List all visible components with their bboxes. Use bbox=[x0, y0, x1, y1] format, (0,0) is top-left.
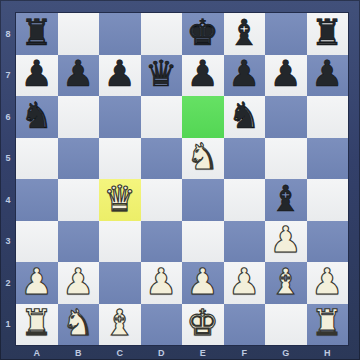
square-b8[interactable] bbox=[58, 13, 100, 55]
square-g4[interactable]: ♝ bbox=[265, 179, 307, 221]
square-e3[interactable] bbox=[182, 221, 224, 263]
black-pawn: ♟ bbox=[21, 56, 53, 92]
square-c3[interactable] bbox=[99, 221, 141, 263]
white-knight: ♞ bbox=[187, 139, 219, 175]
square-a5[interactable] bbox=[16, 138, 58, 180]
square-f8[interactable]: ♝ bbox=[224, 13, 266, 55]
white-king: ♚ bbox=[187, 305, 219, 341]
file-label-g: G bbox=[265, 346, 307, 360]
white-rook: ♜ bbox=[21, 305, 53, 341]
square-d5[interactable] bbox=[141, 138, 183, 180]
square-d7[interactable]: ♛ bbox=[141, 55, 183, 97]
square-d4[interactable] bbox=[141, 179, 183, 221]
file-label-b: B bbox=[58, 346, 100, 360]
square-c1[interactable]: ♝ bbox=[99, 304, 141, 346]
square-h8[interactable]: ♜ bbox=[307, 13, 349, 55]
file-label-f: F bbox=[224, 346, 266, 360]
square-e2[interactable]: ♟ bbox=[182, 262, 224, 304]
black-pawn: ♟ bbox=[311, 56, 343, 92]
square-e8[interactable]: ♚ bbox=[182, 13, 224, 55]
black-pawn: ♟ bbox=[187, 56, 219, 92]
square-b3[interactable] bbox=[58, 221, 100, 263]
black-pawn: ♟ bbox=[104, 56, 136, 92]
black-pawn: ♟ bbox=[62, 56, 94, 92]
square-h7[interactable]: ♟ bbox=[307, 55, 349, 97]
square-e1[interactable]: ♚ bbox=[182, 304, 224, 346]
square-f1[interactable] bbox=[224, 304, 266, 346]
black-king: ♚ bbox=[187, 15, 219, 51]
square-g2[interactable]: ♝ bbox=[265, 262, 307, 304]
file-label-d: D bbox=[141, 346, 183, 360]
square-b7[interactable]: ♟ bbox=[58, 55, 100, 97]
rank-label-5: 5 bbox=[0, 138, 16, 180]
square-c7[interactable]: ♟ bbox=[99, 55, 141, 97]
square-a1[interactable]: ♜ bbox=[16, 304, 58, 346]
white-knight: ♞ bbox=[62, 305, 94, 341]
white-queen: ♛ bbox=[104, 181, 136, 217]
rank-label-4: 4 bbox=[0, 179, 16, 221]
white-pawn: ♟ bbox=[270, 222, 302, 258]
white-bishop: ♝ bbox=[104, 305, 136, 341]
square-g6[interactable] bbox=[265, 96, 307, 138]
rank-label-7: 7 bbox=[0, 55, 16, 97]
square-a6[interactable]: ♞ bbox=[16, 96, 58, 138]
square-c8[interactable] bbox=[99, 13, 141, 55]
black-rook: ♜ bbox=[311, 15, 343, 51]
square-e7[interactable]: ♟ bbox=[182, 55, 224, 97]
file-label-a: A bbox=[16, 346, 58, 360]
black-pawn: ♟ bbox=[270, 56, 302, 92]
square-e6[interactable] bbox=[182, 96, 224, 138]
square-d8[interactable] bbox=[141, 13, 183, 55]
rank-label-3: 3 bbox=[0, 221, 16, 263]
white-bishop: ♝ bbox=[270, 264, 302, 300]
square-g8[interactable] bbox=[265, 13, 307, 55]
black-queen: ♛ bbox=[145, 56, 177, 92]
black-knight: ♞ bbox=[228, 98, 260, 134]
square-d3[interactable] bbox=[141, 221, 183, 263]
black-bishop: ♝ bbox=[228, 15, 260, 51]
rank-label-1: 1 bbox=[0, 304, 16, 346]
square-a4[interactable] bbox=[16, 179, 58, 221]
white-pawn: ♟ bbox=[21, 264, 53, 300]
square-f3[interactable] bbox=[224, 221, 266, 263]
file-label-e: E bbox=[182, 346, 224, 360]
square-b2[interactable]: ♟ bbox=[58, 262, 100, 304]
file-label-h: H bbox=[307, 346, 349, 360]
file-labels: ABCDEFGH bbox=[16, 346, 348, 360]
square-g5[interactable] bbox=[265, 138, 307, 180]
black-pawn: ♟ bbox=[228, 56, 260, 92]
square-h5[interactable] bbox=[307, 138, 349, 180]
square-h3[interactable] bbox=[307, 221, 349, 263]
square-h1[interactable]: ♜ bbox=[307, 304, 349, 346]
black-bishop: ♝ bbox=[270, 181, 302, 217]
square-h2[interactable]: ♟ bbox=[307, 262, 349, 304]
square-b1[interactable]: ♞ bbox=[58, 304, 100, 346]
square-f6[interactable]: ♞ bbox=[224, 96, 266, 138]
square-h4[interactable] bbox=[307, 179, 349, 221]
black-rook: ♜ bbox=[21, 15, 53, 51]
rank-labels: 87654321 bbox=[0, 13, 16, 345]
file-label-c: C bbox=[99, 346, 141, 360]
square-g3[interactable]: ♟ bbox=[265, 221, 307, 263]
white-pawn: ♟ bbox=[62, 264, 94, 300]
square-c4[interactable]: ♛ bbox=[99, 179, 141, 221]
square-b4[interactable] bbox=[58, 179, 100, 221]
square-h6[interactable] bbox=[307, 96, 349, 138]
square-g7[interactable]: ♟ bbox=[265, 55, 307, 97]
square-d1[interactable] bbox=[141, 304, 183, 346]
rank-label-8: 8 bbox=[0, 13, 16, 55]
square-a3[interactable] bbox=[16, 221, 58, 263]
white-pawn: ♟ bbox=[145, 264, 177, 300]
square-a2[interactable]: ♟ bbox=[16, 262, 58, 304]
square-g1[interactable] bbox=[265, 304, 307, 346]
chess-board: ♜♚♝♜♟♟♟♛♟♟♟♟♞♞♞♛♝♟♟♟♟♟♟♝♟♜♞♝♚♜ bbox=[16, 13, 348, 345]
square-c2[interactable] bbox=[99, 262, 141, 304]
white-pawn: ♟ bbox=[311, 264, 343, 300]
square-c5[interactable] bbox=[99, 138, 141, 180]
white-pawn: ♟ bbox=[187, 264, 219, 300]
white-rook: ♜ bbox=[311, 305, 343, 341]
square-b5[interactable] bbox=[58, 138, 100, 180]
square-e4[interactable] bbox=[182, 179, 224, 221]
square-f4[interactable] bbox=[224, 179, 266, 221]
black-knight: ♞ bbox=[21, 98, 53, 134]
square-b6[interactable] bbox=[58, 96, 100, 138]
square-f2[interactable]: ♟ bbox=[224, 262, 266, 304]
square-a8[interactable]: ♜ bbox=[16, 13, 58, 55]
rank-label-2: 2 bbox=[0, 262, 16, 304]
rank-label-6: 6 bbox=[0, 96, 16, 138]
square-e5[interactable]: ♞ bbox=[182, 138, 224, 180]
square-f7[interactable]: ♟ bbox=[224, 55, 266, 97]
square-d2[interactable]: ♟ bbox=[141, 262, 183, 304]
square-a7[interactable]: ♟ bbox=[16, 55, 58, 97]
square-d6[interactable] bbox=[141, 96, 183, 138]
square-f5[interactable] bbox=[224, 138, 266, 180]
square-c6[interactable] bbox=[99, 96, 141, 138]
white-pawn: ♟ bbox=[228, 264, 260, 300]
chess-board-frame: 87654321 ♜♚♝♜♟♟♟♛♟♟♟♟♞♞♞♛♝♟♟♟♟♟♟♝♟♜♞♝♚♜ … bbox=[0, 0, 360, 360]
